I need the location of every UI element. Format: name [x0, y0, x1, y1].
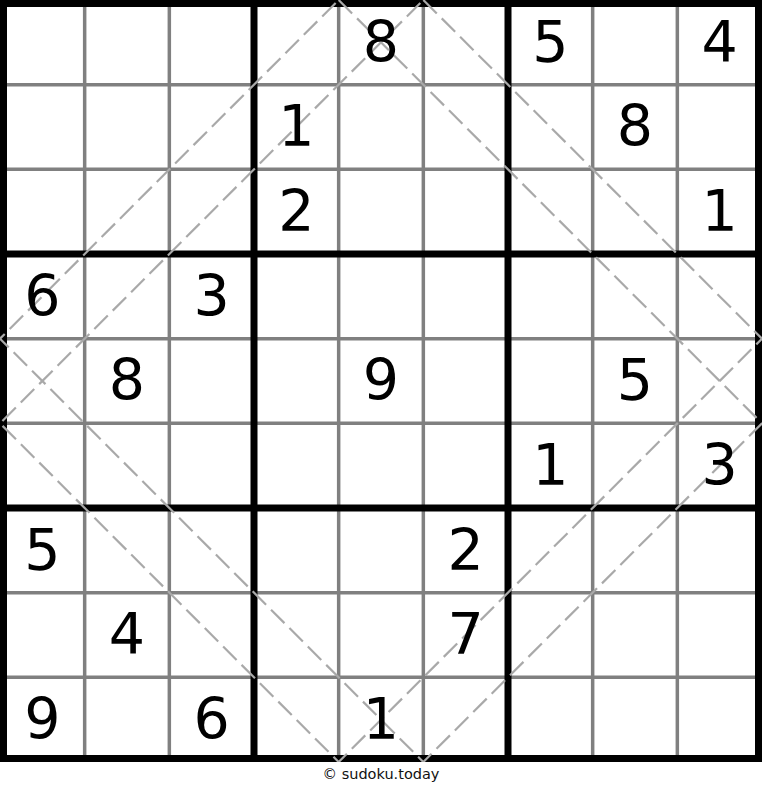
- cell-r8c2[interactable]: 4: [85, 593, 170, 678]
- cell-r1c8[interactable]: [593, 0, 678, 85]
- cell-r3c5[interactable]: [339, 169, 424, 254]
- cell-r3c8[interactable]: [593, 169, 678, 254]
- cell-r2c1[interactable]: [0, 85, 85, 170]
- cell-r8c8[interactable]: [593, 593, 678, 678]
- cell-r3c2[interactable]: [85, 169, 170, 254]
- cell-r7c4[interactable]: [254, 508, 339, 593]
- cell-r1c7[interactable]: 5: [508, 0, 593, 85]
- cell-r2c5[interactable]: [339, 85, 424, 170]
- cell-r1c5[interactable]: 8: [339, 0, 424, 85]
- cell-r4c3[interactable]: 3: [169, 254, 254, 339]
- sudoku-board: 854182163895135247961: [0, 0, 762, 762]
- cell-r3c9[interactable]: 1: [677, 169, 762, 254]
- cell-r3c3[interactable]: [169, 169, 254, 254]
- cell-r5c5[interactable]: 9: [339, 339, 424, 424]
- cell-r9c3[interactable]: 6: [169, 677, 254, 762]
- board-cells: 854182163895135247961: [0, 0, 762, 762]
- cell-r3c1[interactable]: [0, 169, 85, 254]
- cell-r5c2[interactable]: 8: [85, 339, 170, 424]
- cell-r7c7[interactable]: [508, 508, 593, 593]
- cell-r5c6[interactable]: [423, 339, 508, 424]
- cell-r7c5[interactable]: [339, 508, 424, 593]
- cell-r5c7[interactable]: [508, 339, 593, 424]
- cell-r6c5[interactable]: [339, 423, 424, 508]
- cell-r7c9[interactable]: [677, 508, 762, 593]
- cell-r7c2[interactable]: [85, 508, 170, 593]
- cell-r8c7[interactable]: [508, 593, 593, 678]
- cell-r5c1[interactable]: [0, 339, 85, 424]
- cell-r2c7[interactable]: [508, 85, 593, 170]
- cell-r7c3[interactable]: [169, 508, 254, 593]
- cell-r5c9[interactable]: [677, 339, 762, 424]
- cell-r9c2[interactable]: [85, 677, 170, 762]
- cell-r6c6[interactable]: [423, 423, 508, 508]
- cell-r8c3[interactable]: [169, 593, 254, 678]
- cell-r1c1[interactable]: [0, 0, 85, 85]
- cell-r1c2[interactable]: [85, 0, 170, 85]
- cell-r2c8[interactable]: 8: [593, 85, 678, 170]
- cell-r9c5[interactable]: 1: [339, 677, 424, 762]
- cell-r6c4[interactable]: [254, 423, 339, 508]
- cell-r9c1[interactable]: 9: [0, 677, 85, 762]
- cell-r6c7[interactable]: 1: [508, 423, 593, 508]
- cell-r9c9[interactable]: [677, 677, 762, 762]
- cell-r7c8[interactable]: [593, 508, 678, 593]
- cell-r6c2[interactable]: [85, 423, 170, 508]
- cell-r5c3[interactable]: [169, 339, 254, 424]
- cell-r4c8[interactable]: [593, 254, 678, 339]
- cell-r4c4[interactable]: [254, 254, 339, 339]
- cell-r1c9[interactable]: 4: [677, 0, 762, 85]
- cell-r3c7[interactable]: [508, 169, 593, 254]
- cell-r4c5[interactable]: [339, 254, 424, 339]
- cell-r7c6[interactable]: 2: [423, 508, 508, 593]
- cell-r8c1[interactable]: [0, 593, 85, 678]
- cell-r8c4[interactable]: [254, 593, 339, 678]
- cell-r8c5[interactable]: [339, 593, 424, 678]
- cell-r4c1[interactable]: 6: [0, 254, 85, 339]
- cell-r1c6[interactable]: [423, 0, 508, 85]
- cell-r4c9[interactable]: [677, 254, 762, 339]
- cell-r2c2[interactable]: [85, 85, 170, 170]
- cell-r7c1[interactable]: 5: [0, 508, 85, 593]
- cell-r3c4[interactable]: 2: [254, 169, 339, 254]
- cell-r2c3[interactable]: [169, 85, 254, 170]
- cell-r5c4[interactable]: [254, 339, 339, 424]
- cell-r8c9[interactable]: [677, 593, 762, 678]
- cell-r9c8[interactable]: [593, 677, 678, 762]
- cell-r6c9[interactable]: 3: [677, 423, 762, 508]
- cell-r6c1[interactable]: [0, 423, 85, 508]
- cell-r3c6[interactable]: [423, 169, 508, 254]
- cell-r4c2[interactable]: [85, 254, 170, 339]
- cell-r6c3[interactable]: [169, 423, 254, 508]
- cell-r4c6[interactable]: [423, 254, 508, 339]
- cell-r5c8[interactable]: 5: [593, 339, 678, 424]
- cell-r2c4[interactable]: 1: [254, 85, 339, 170]
- cell-r9c4[interactable]: [254, 677, 339, 762]
- cell-r2c9[interactable]: [677, 85, 762, 170]
- cell-r9c7[interactable]: [508, 677, 593, 762]
- cell-r4c7[interactable]: [508, 254, 593, 339]
- cell-r1c4[interactable]: [254, 0, 339, 85]
- cell-r8c6[interactable]: 7: [423, 593, 508, 678]
- cell-r1c3[interactable]: [169, 0, 254, 85]
- cell-r9c6[interactable]: [423, 677, 508, 762]
- cell-r2c6[interactable]: [423, 85, 508, 170]
- copyright-text: © sudoku.today: [0, 766, 762, 782]
- cell-r6c8[interactable]: [593, 423, 678, 508]
